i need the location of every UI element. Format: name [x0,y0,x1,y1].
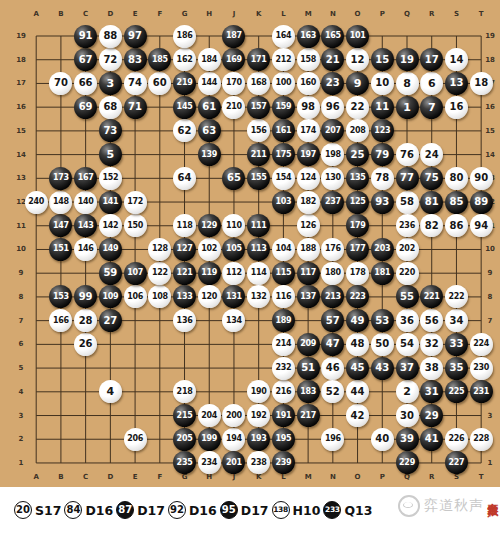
stone-E17-move-74: 74 [124,72,147,95]
stone-number: 45 [351,363,365,373]
stone-L10-move-104: 104 [272,238,295,261]
stone-number: 231 [473,387,489,395]
stone-number: 188 [300,245,316,253]
coord-row-16-left: 16 [16,103,26,111]
stone-J19-move-187: 187 [222,25,245,48]
stone-number: 23 [326,78,340,88]
stone-O5-move-45: 45 [346,357,369,380]
stone-number: 201 [226,458,242,466]
stone-P15-move-123: 123 [371,119,394,142]
stone-number: 170 [226,79,242,87]
stone-H8-move-120: 120 [198,285,221,308]
stone-Q1-move-229: 229 [396,451,419,474]
stone-number: 143 [78,221,94,229]
caption-number-text: 233 [325,506,340,514]
stone-T17-move-18: 18 [470,72,493,95]
stone-number: 164 [275,32,291,40]
coord-row-1-left: 1 [19,459,24,467]
stone-number: 8 [403,77,411,88]
stone-K17-move-168: 168 [247,72,270,95]
coord-col-T-bottom: T [479,473,484,481]
stone-K13-move-155: 155 [247,167,270,190]
stone-C12-move-140: 140 [74,191,97,214]
stone-number: 57 [326,315,340,325]
stone-C10-move-146: 146 [74,238,97,261]
coord-col-O-bottom: O [355,473,361,481]
stone-L7-move-189: 189 [272,309,295,332]
stone-number: 10 [375,78,389,88]
stone-number: 145 [177,103,193,111]
stone-C6-move-26: 26 [74,333,97,356]
stone-number: 120 [201,292,217,300]
stone-number: 217 [300,411,316,419]
stone-H2-move-199: 199 [198,428,221,451]
stone-number: 142 [102,221,118,229]
coord-row-7-left: 7 [19,317,24,325]
stone-number: 12 [351,54,365,64]
stone-number: 205 [177,435,193,443]
stone-number: 125 [350,198,366,206]
stone-S17-move-13: 13 [445,72,468,95]
stone-number: 159 [275,103,291,111]
stone-number: 179 [350,221,366,229]
stone-number: 187 [226,32,242,40]
stone-number: 107 [127,269,143,277]
stone-E19-move-97: 97 [124,25,147,48]
stone-number: 156 [251,126,267,134]
stone-J9-move-112: 112 [222,262,245,285]
stone-number: 42 [351,410,365,420]
stone-B12-move-148: 148 [49,191,72,214]
stone-R2-move-41: 41 [420,428,443,451]
caption-move-number-95: 95 [220,501,238,519]
stone-O12-move-125: 125 [346,191,369,214]
stone-number: 66 [79,78,93,88]
stone-number: 72 [103,54,117,64]
stone-number: 134 [226,316,242,324]
coord-col-M-top: M [305,10,312,18]
coord-row-16-right: 16 [485,103,495,111]
stone-number: 47 [326,339,340,349]
stone-number: 183 [300,387,316,395]
stone-number: 103 [275,198,291,206]
stone-E2-move-206: 206 [124,428,147,451]
stone-number: 111 [251,221,267,229]
stone-K9-move-114: 114 [247,262,270,285]
stone-number: 236 [399,221,415,229]
stone-P14-move-79: 79 [371,143,394,166]
stone-number: 76 [400,149,414,159]
stone-number: 73 [103,125,117,135]
stone-number: 62 [178,125,192,135]
stone-D19-move-88: 88 [99,25,122,48]
stone-T13-move-90: 90 [470,167,493,190]
stone-L19-move-164: 164 [272,25,295,48]
stone-number: 98 [301,102,315,112]
stone-number: 115 [275,269,291,277]
stone-number: 160 [300,79,316,87]
stone-number: 96 [326,102,340,112]
stone-G16-move-145: 145 [173,96,196,119]
stone-number: 215 [177,411,193,419]
stone-P7-move-53: 53 [371,309,394,332]
stone-number: 184 [201,55,217,63]
stone-number: 218 [177,387,193,395]
stone-number: 106 [127,292,143,300]
stone-number: 157 [251,103,267,111]
stone-P17-move-10: 10 [371,72,394,95]
stone-number: 29 [425,410,439,420]
stone-number: 94 [474,220,488,230]
stone-H16-move-61: 61 [198,96,221,119]
stone-number: 158 [300,55,316,63]
coord-col-S-bottom: S [454,473,459,481]
stone-number: 177 [350,245,366,253]
stone-number: 4 [107,386,115,397]
stone-D9-move-59: 59 [99,262,122,285]
stone-G7-move-136: 136 [173,309,196,332]
stone-number: 104 [275,245,291,253]
stone-number: 155 [251,174,267,182]
stone-number: 172 [127,198,143,206]
stone-number: 185 [152,55,168,63]
stone-number: 34 [449,315,463,325]
stone-number: 89 [474,197,488,207]
stone-number: 16 [449,102,463,112]
stone-number: 178 [350,269,366,277]
stone-number: 83 [128,54,142,64]
stone-number: 60 [153,78,167,88]
stone-Q2-move-39: 39 [396,428,419,451]
coord-row-11-left: 11 [16,222,26,230]
stone-H11-move-129: 129 [198,214,221,237]
stone-N5-move-46: 46 [321,357,344,380]
stone-G3-move-215: 215 [173,404,196,427]
stone-Q13-move-77: 77 [396,167,419,190]
stone-H17-move-144: 144 [198,72,221,95]
stone-N16-move-96: 96 [321,96,344,119]
caption-move-coord-87: D17 [137,503,165,518]
caption-move-coord-95: D17 [241,503,269,518]
stone-Q16-move-1: 1 [396,96,419,119]
stone-P13-move-78: 78 [371,167,394,190]
stone-number: 197 [300,150,316,158]
stone-number: 161 [275,126,291,134]
stone-M16-move-98: 98 [297,96,320,119]
stone-number: 147 [53,221,69,229]
stone-L16-move-159: 159 [272,96,295,119]
stone-number: 55 [400,291,414,301]
coord-col-J-bottom: J [233,473,236,481]
stone-number: 59 [103,268,117,278]
stone-S13-move-80: 80 [445,167,468,190]
stone-G10-move-127: 127 [173,238,196,261]
coord-row-8-right: 8 [488,293,493,301]
stone-number: 3 [107,77,115,88]
stone-T5-move-230: 230 [470,357,493,380]
go-board: AABBCCDDEEFFGGHHJJKKLLMMNNOOPPQQRRSSTT19… [0,0,500,487]
stone-number: 32 [425,339,439,349]
coord-col-F-top: F [157,10,162,18]
stone-number: 28 [79,315,93,325]
stone-Q4-move-2: 2 [396,380,419,403]
coord-col-A-bottom: A [33,473,38,481]
caption-move-number-20: 20 [14,501,32,519]
stone-C17-move-66: 66 [74,72,97,95]
stone-number: 182 [300,198,316,206]
stone-number: 100 [275,79,291,87]
stone-N19-move-165: 165 [321,25,344,48]
stone-number: 223 [350,292,366,300]
stone-number: 207 [325,126,341,134]
coord-row-6-left: 6 [19,340,24,348]
stone-P16-move-11: 11 [371,96,394,119]
stone-G19-move-186: 186 [173,25,196,48]
caption-number-text: 138 [273,506,288,514]
stone-number: 208 [350,126,366,134]
stone-number: 52 [326,386,340,396]
stone-number: 165 [325,32,341,40]
stone-E9-move-107: 107 [124,262,147,285]
caption: 20S1784D1687D1792D1695D17138H10233Q13 [14,497,372,523]
stone-O17-move-9: 9 [346,72,369,95]
stone-number: 169 [226,55,242,63]
stone-number: 239 [275,458,291,466]
stone-number: 7 [428,101,436,112]
stone-O9-move-178: 178 [346,262,369,285]
stone-number: 132 [251,292,267,300]
coord-col-J-top: J [233,10,236,18]
stone-M6-move-209: 209 [297,333,320,356]
stone-number: 17 [425,54,439,64]
stone-number: 41 [425,434,439,444]
coord-col-D-bottom: D [107,473,113,481]
stone-D11-move-142: 142 [99,214,122,237]
stone-T12-move-89: 89 [470,191,493,214]
stone-Q17-move-8: 8 [396,72,419,95]
stone-number: 63 [202,125,216,135]
stone-number: 1 [403,101,411,112]
coord-col-C-top: C [83,10,88,18]
stone-number: 136 [177,316,193,324]
stone-number: 190 [251,387,267,395]
stone-D4-move-4: 4 [99,380,122,403]
coord-row-10-right: 10 [485,245,495,253]
stone-number: 216 [275,387,291,395]
stone-number: 38 [425,363,439,373]
stone-number: 225 [449,387,465,395]
coord-row-19-right: 19 [485,32,495,40]
coord-row-15-right: 15 [485,127,495,135]
stone-N12-move-237: 237 [321,191,344,214]
stone-number: 75 [425,173,439,183]
stone-number: 221 [424,292,440,300]
stone-number: 129 [201,221,217,229]
stone-number: 139 [201,150,217,158]
stone-O10-move-177: 177 [346,238,369,261]
coord-col-G-top: G [182,10,188,18]
caption-move-84: 84D16 [64,501,113,519]
stone-number: 151 [53,245,69,253]
coord-col-L-top: L [281,10,285,18]
stone-R13-move-75: 75 [420,167,443,190]
caption-move-138: 138H10 [272,501,321,519]
stone-M8-move-137: 137 [297,285,320,308]
stone-number: 220 [399,269,415,277]
stone-number: 228 [473,435,489,443]
stone-number: 126 [300,221,316,229]
stone-O14-move-25: 25 [346,143,369,166]
coord-row-9-left: 9 [19,269,24,277]
coord-col-R-top: R [429,10,434,18]
caption-number-text: 84 [66,505,80,515]
stone-P6-move-50: 50 [371,333,394,356]
stone-number: 25 [351,149,365,159]
stone-number: 209 [300,340,316,348]
caption-move-number-138: 138 [272,501,290,519]
stone-number: 85 [449,197,463,207]
stone-number: 133 [177,292,193,300]
stone-D10-move-149: 149 [99,238,122,261]
coord-col-R-bottom: R [429,473,434,481]
stone-Q14-move-76: 76 [396,143,419,166]
stone-number: 193 [251,435,267,443]
coord-row-17-left: 17 [16,79,26,87]
stone-number: 36 [400,315,414,325]
stone-number: 81 [425,197,439,207]
stone-D13-move-152: 152 [99,167,122,190]
stone-D12-move-141: 141 [99,191,122,214]
stone-E8-move-106: 106 [124,285,147,308]
stone-number: 192 [251,411,267,419]
coord-row-18-left: 18 [16,56,26,64]
stone-number: 69 [79,102,93,112]
coord-col-H-bottom: H [206,473,212,481]
stone-number: 202 [399,245,415,253]
stone-P10-move-203: 203 [371,238,394,261]
coord-row-15-left: 15 [16,127,26,135]
stone-R6-move-32: 32 [420,333,443,356]
stone-number: 48 [351,339,365,349]
stone-number: 227 [449,458,465,466]
stone-number: 86 [449,220,463,230]
stone-number: 124 [300,174,316,182]
coord-col-E-top: E [133,10,138,18]
stone-M10-move-188: 188 [297,238,320,261]
stone-number: 180 [325,269,341,277]
stone-G9-move-121: 121 [173,262,196,285]
coord-col-T-top: T [479,10,484,18]
stone-number: 148 [53,198,69,206]
stone-L6-move-214: 214 [272,333,295,356]
stone-O3-move-42: 42 [346,404,369,427]
stone-number: 117 [300,269,316,277]
stone-H3-move-204: 204 [198,404,221,427]
stone-M11-move-126: 126 [297,214,320,237]
stone-number: 122 [152,269,168,277]
stone-M14-move-197: 197 [297,143,320,166]
stone-L18-move-212: 212 [272,48,295,71]
coord-col-A-top: A [33,10,38,18]
stone-number: 232 [275,364,291,372]
stone-number: 194 [226,435,242,443]
caption-move-coord-233: Q13 [344,503,372,518]
stone-number: 175 [275,150,291,158]
stone-P2-move-40: 40 [371,428,394,451]
stone-M9-move-117: 117 [297,262,320,285]
stone-number: 30 [400,410,414,420]
stone-number: 116 [275,292,291,300]
stone-number: 53 [375,315,389,325]
stone-E11-move-150: 150 [124,214,147,237]
stone-Q11-move-236: 236 [396,214,419,237]
stone-L5-move-232: 232 [272,357,295,380]
stone-number: 222 [449,292,465,300]
stone-number: 51 [301,363,315,373]
stone-number: 238 [251,458,267,466]
stone-S18-move-14: 14 [445,48,468,71]
stone-S7-move-34: 34 [445,309,468,332]
caption-number-text: 87 [118,505,132,515]
stone-number: 167 [78,174,94,182]
stone-L9-move-115: 115 [272,262,295,285]
stone-D7-move-27: 27 [99,309,122,332]
coord-col-S-top: S [454,10,459,18]
coord-row-3-right: 3 [488,412,493,420]
stone-number: 119 [201,269,217,277]
stone-O16-move-22: 22 [346,96,369,119]
stone-M19-move-163: 163 [297,25,320,48]
coord-row-18-right: 18 [485,56,495,64]
stone-number: 118 [177,221,193,229]
stone-T6-move-224: 224 [470,333,493,356]
stone-E16-move-71: 71 [124,96,147,119]
stone-number: 54 [400,339,414,349]
caption-number-text: 95 [222,505,236,515]
stone-L17-move-100: 100 [272,72,295,95]
stone-number: 64 [178,173,192,183]
stone-S16-move-16: 16 [445,96,468,119]
stone-number: 168 [251,79,267,87]
stone-number: 237 [325,198,341,206]
stone-number: 196 [325,435,341,443]
stone-number: 206 [127,435,143,443]
stone-number: 79 [375,149,389,159]
stone-S5-move-35: 35 [445,357,468,380]
coord-col-Q-bottom: Q [404,473,410,481]
stone-number: 150 [127,221,143,229]
stone-M18-move-158: 158 [297,48,320,71]
stone-Q6-move-54: 54 [396,333,419,356]
caption-move-coord-138: H10 [293,503,321,518]
coord-row-13-left: 13 [16,174,26,182]
coord-col-D-top: D [107,10,113,18]
stone-R5-move-38: 38 [420,357,443,380]
coord-row-7-right: 7 [488,317,493,325]
stone-number: 46 [326,363,340,373]
coord-row-8-left: 8 [19,293,24,301]
stone-number: 186 [177,32,193,40]
caption-move-87: 87D17 [116,501,165,519]
stone-number: 6 [428,77,436,88]
caption-move-number-84: 84 [64,501,82,519]
stone-number: 152 [102,174,118,182]
stone-G2-move-205: 205 [173,428,196,451]
stone-number: 189 [275,316,291,324]
stone-number: 26 [79,339,93,349]
stone-number: 200 [226,411,242,419]
stone-number: 80 [449,173,463,183]
